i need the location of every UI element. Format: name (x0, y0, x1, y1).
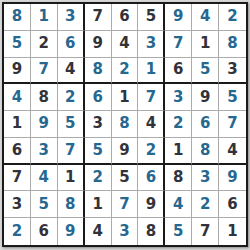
cell-r3c6[interactable]: 1 (138, 58, 165, 85)
cell-r7c8[interactable]: 3 (192, 165, 219, 192)
cell-r5c9[interactable]: 7 (219, 111, 246, 138)
cell-r4c8[interactable]: 9 (192, 84, 219, 111)
cell-r9c2[interactable]: 6 (31, 218, 58, 245)
cell-r9c1[interactable]: 2 (4, 218, 31, 245)
cell-r8c3[interactable]: 8 (58, 191, 85, 218)
cell-r1c1[interactable]: 8 (4, 4, 31, 31)
cell-r6c9[interactable]: 4 (219, 138, 246, 165)
cell-r2c7[interactable]: 7 (165, 31, 192, 58)
cell-r6c1[interactable]: 6 (4, 138, 31, 165)
cell-r7c9[interactable]: 9 (219, 165, 246, 192)
cell-r8c5[interactable]: 7 (112, 191, 139, 218)
cell-r5c6[interactable]: 4 (138, 111, 165, 138)
cell-r6c3[interactable]: 7 (58, 138, 85, 165)
cell-r4c2[interactable]: 8 (31, 84, 58, 111)
cell-r5c3[interactable]: 5 (58, 111, 85, 138)
cell-r8c6[interactable]: 9 (138, 191, 165, 218)
cell-r8c7[interactable]: 4 (165, 191, 192, 218)
cell-r4c6[interactable]: 7 (138, 84, 165, 111)
cell-r5c1[interactable]: 1 (4, 111, 31, 138)
cell-r3c1[interactable]: 9 (4, 58, 31, 85)
cell-r5c5[interactable]: 8 (112, 111, 139, 138)
cell-r4c9[interactable]: 5 (219, 84, 246, 111)
cell-r5c8[interactable]: 6 (192, 111, 219, 138)
cell-r9c6[interactable]: 8 (138, 218, 165, 245)
cell-r2c2[interactable]: 2 (31, 31, 58, 58)
cell-r3c3[interactable]: 4 (58, 58, 85, 85)
cell-r7c5[interactable]: 5 (112, 165, 139, 192)
sudoku-board: 8137659425269437189748216534826173951953… (2, 2, 248, 247)
cell-r2c6[interactable]: 3 (138, 31, 165, 58)
cell-r1c3[interactable]: 3 (58, 4, 85, 31)
cell-r1c7[interactable]: 9 (165, 4, 192, 31)
cell-r7c4[interactable]: 2 (85, 165, 112, 192)
cell-r3c2[interactable]: 7 (31, 58, 58, 85)
cell-r8c8[interactable]: 2 (192, 191, 219, 218)
cell-r6c6[interactable]: 2 (138, 138, 165, 165)
cell-r4c3[interactable]: 2 (58, 84, 85, 111)
cell-r2c4[interactable]: 9 (85, 31, 112, 58)
cell-r1c4[interactable]: 7 (85, 4, 112, 31)
cell-r7c3[interactable]: 1 (58, 165, 85, 192)
cell-r8c4[interactable]: 1 (85, 191, 112, 218)
cell-r8c9[interactable]: 6 (219, 191, 246, 218)
cell-r2c5[interactable]: 4 (112, 31, 139, 58)
cell-r6c8[interactable]: 8 (192, 138, 219, 165)
cell-r9c4[interactable]: 4 (85, 218, 112, 245)
cell-r4c7[interactable]: 3 (165, 84, 192, 111)
cell-r5c7[interactable]: 2 (165, 111, 192, 138)
cell-r9c7[interactable]: 5 (165, 218, 192, 245)
cell-r6c4[interactable]: 5 (85, 138, 112, 165)
cell-r8c2[interactable]: 5 (31, 191, 58, 218)
cell-r3c7[interactable]: 6 (165, 58, 192, 85)
cell-r6c7[interactable]: 1 (165, 138, 192, 165)
cell-r9c9[interactable]: 1 (219, 218, 246, 245)
cell-r3c8[interactable]: 5 (192, 58, 219, 85)
cell-r7c7[interactable]: 8 (165, 165, 192, 192)
cell-r4c4[interactable]: 6 (85, 84, 112, 111)
cell-r3c9[interactable]: 3 (219, 58, 246, 85)
cell-r2c9[interactable]: 8 (219, 31, 246, 58)
cell-r7c1[interactable]: 7 (4, 165, 31, 192)
cell-r1c6[interactable]: 5 (138, 4, 165, 31)
cell-r6c2[interactable]: 3 (31, 138, 58, 165)
cell-r9c8[interactable]: 7 (192, 218, 219, 245)
cell-r1c2[interactable]: 1 (31, 4, 58, 31)
cell-r3c5[interactable]: 2 (112, 58, 139, 85)
cell-r4c5[interactable]: 1 (112, 84, 139, 111)
cell-r2c1[interactable]: 5 (4, 31, 31, 58)
cell-r1c8[interactable]: 4 (192, 4, 219, 31)
cell-r2c3[interactable]: 6 (58, 31, 85, 58)
cell-r1c5[interactable]: 6 (112, 4, 139, 31)
cell-r3c4[interactable]: 8 (85, 58, 112, 85)
cell-r7c2[interactable]: 4 (31, 165, 58, 192)
cell-r5c4[interactable]: 3 (85, 111, 112, 138)
cell-r4c1[interactable]: 4 (4, 84, 31, 111)
cell-r6c5[interactable]: 9 (112, 138, 139, 165)
cell-r9c5[interactable]: 3 (112, 218, 139, 245)
cell-r7c6[interactable]: 6 (138, 165, 165, 192)
cell-r5c2[interactable]: 9 (31, 111, 58, 138)
cell-r8c1[interactable]: 3 (4, 191, 31, 218)
cell-r2c8[interactable]: 1 (192, 31, 219, 58)
cell-r9c3[interactable]: 9 (58, 218, 85, 245)
cell-r1c9[interactable]: 2 (219, 4, 246, 31)
